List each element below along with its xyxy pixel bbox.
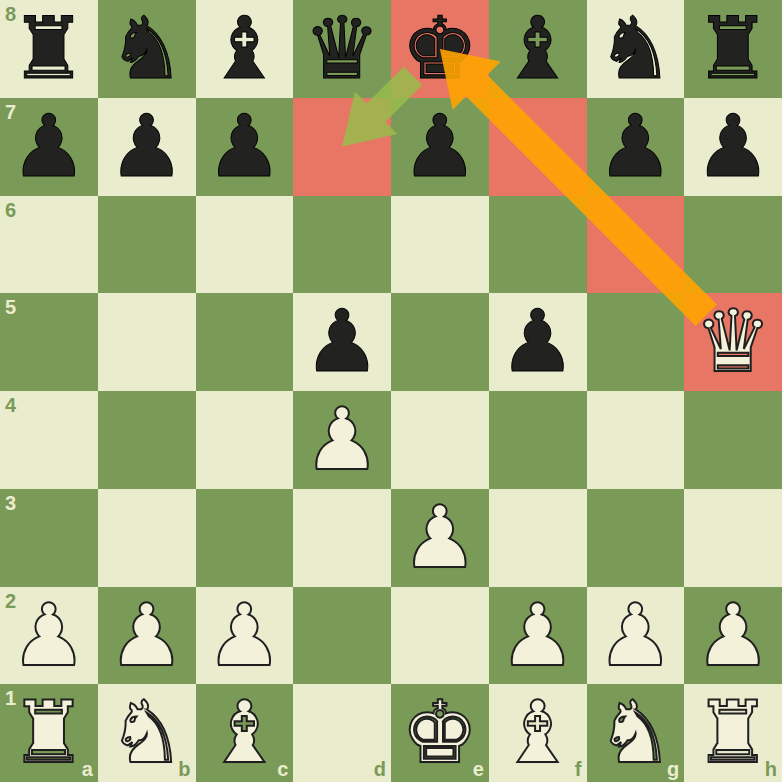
square-c6[interactable] xyxy=(196,196,294,294)
square-f3[interactable] xyxy=(489,489,587,587)
square-b5[interactable] xyxy=(98,293,196,391)
square-h4[interactable] xyxy=(684,391,782,489)
piece-black-pawn[interactable]: ♟ xyxy=(196,98,294,196)
square-g3[interactable] xyxy=(587,489,685,587)
piece-white-pawn[interactable]: ♟ xyxy=(0,587,98,685)
piece-white-pawn[interactable]: ♟ xyxy=(196,587,294,685)
file-label-d: d xyxy=(374,759,386,779)
piece-white-queen[interactable]: ♛ xyxy=(684,293,782,391)
square-d2[interactable] xyxy=(293,587,391,685)
square-d1[interactable]: d xyxy=(293,684,391,782)
piece-white-pawn[interactable]: ♟ xyxy=(684,587,782,685)
piece-white-bishop[interactable]: ♝ xyxy=(489,684,587,782)
square-a5[interactable]: 5 xyxy=(0,293,98,391)
rank-label-4: 4 xyxy=(5,395,16,415)
square-f7[interactable] xyxy=(489,98,587,196)
chess-board: 87654321abcdefgh ♜♞♝♛♚♝♞♜♟♟♟♟♟♟♟♟♛♟♟♟♟♟♟… xyxy=(0,0,782,782)
piece-black-pawn[interactable]: ♟ xyxy=(587,98,685,196)
rank-label-3: 3 xyxy=(5,493,16,513)
square-e4[interactable] xyxy=(391,391,489,489)
piece-white-pawn[interactable]: ♟ xyxy=(98,587,196,685)
piece-white-knight[interactable]: ♞ xyxy=(587,684,685,782)
square-d3[interactable] xyxy=(293,489,391,587)
piece-black-rook[interactable]: ♜ xyxy=(0,0,98,98)
piece-black-pawn[interactable]: ♟ xyxy=(684,98,782,196)
piece-white-pawn[interactable]: ♟ xyxy=(587,587,685,685)
piece-black-pawn[interactable]: ♟ xyxy=(391,98,489,196)
piece-black-queen[interactable]: ♛ xyxy=(293,0,391,98)
square-d6[interactable] xyxy=(293,196,391,294)
rank-label-5: 5 xyxy=(5,297,16,317)
square-g4[interactable] xyxy=(587,391,685,489)
piece-white-knight[interactable]: ♞ xyxy=(98,684,196,782)
piece-black-pawn[interactable]: ♟ xyxy=(489,293,587,391)
square-c4[interactable] xyxy=(196,391,294,489)
square-c3[interactable] xyxy=(196,489,294,587)
piece-black-knight[interactable]: ♞ xyxy=(587,0,685,98)
square-a4[interactable]: 4 xyxy=(0,391,98,489)
square-b6[interactable] xyxy=(98,196,196,294)
square-h3[interactable] xyxy=(684,489,782,587)
square-c5[interactable] xyxy=(196,293,294,391)
square-e6[interactable] xyxy=(391,196,489,294)
piece-white-bishop[interactable]: ♝ xyxy=(196,684,294,782)
piece-white-pawn[interactable]: ♟ xyxy=(391,489,489,587)
square-b4[interactable] xyxy=(98,391,196,489)
piece-black-pawn[interactable]: ♟ xyxy=(98,98,196,196)
piece-white-pawn[interactable]: ♟ xyxy=(489,587,587,685)
square-e2[interactable] xyxy=(391,587,489,685)
piece-white-rook[interactable]: ♜ xyxy=(684,684,782,782)
piece-black-knight[interactable]: ♞ xyxy=(98,0,196,98)
square-b3[interactable] xyxy=(98,489,196,587)
piece-black-pawn[interactable]: ♟ xyxy=(0,98,98,196)
square-g5[interactable] xyxy=(587,293,685,391)
piece-white-pawn[interactable]: ♟ xyxy=(293,391,391,489)
square-h6[interactable] xyxy=(684,196,782,294)
square-e5[interactable] xyxy=(391,293,489,391)
square-f6[interactable] xyxy=(489,196,587,294)
piece-black-pawn[interactable]: ♟ xyxy=(293,293,391,391)
square-a6[interactable]: 6 xyxy=(0,196,98,294)
piece-black-bishop[interactable]: ♝ xyxy=(489,0,587,98)
square-d7[interactable] xyxy=(293,98,391,196)
piece-white-king[interactable]: ♚ xyxy=(391,684,489,782)
rank-label-6: 6 xyxy=(5,200,16,220)
piece-black-king[interactable]: ♚ xyxy=(391,0,489,98)
square-f4[interactable] xyxy=(489,391,587,489)
square-g6[interactable] xyxy=(587,196,685,294)
piece-black-rook[interactable]: ♜ xyxy=(684,0,782,98)
square-a3[interactable]: 3 xyxy=(0,489,98,587)
piece-black-bishop[interactable]: ♝ xyxy=(196,0,294,98)
piece-white-rook[interactable]: ♜ xyxy=(0,684,98,782)
